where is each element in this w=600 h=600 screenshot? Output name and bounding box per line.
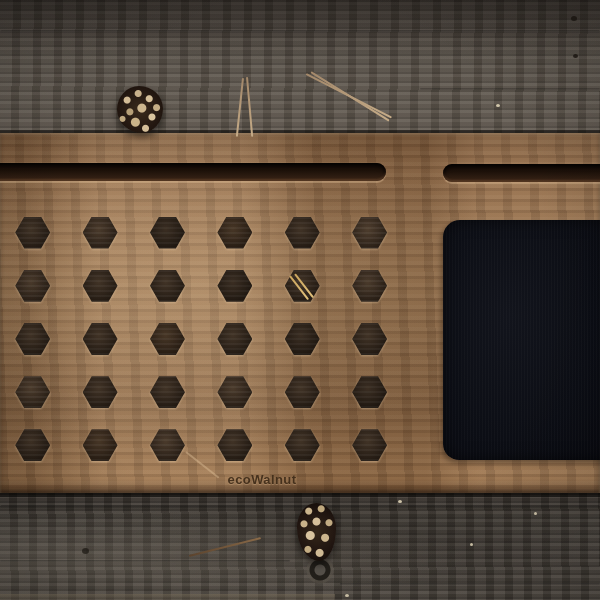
debris-speck bbox=[398, 500, 402, 503]
hex-cell bbox=[336, 419, 403, 472]
vent-hole bbox=[83, 376, 118, 408]
vent-hole bbox=[15, 323, 50, 355]
hex-cell bbox=[134, 312, 201, 365]
hex-cell bbox=[336, 206, 403, 259]
mousepad bbox=[443, 220, 600, 460]
device-slot-right bbox=[443, 164, 600, 182]
hex-cell bbox=[134, 259, 201, 312]
debris-speck bbox=[496, 104, 500, 107]
vent-hole bbox=[352, 217, 387, 249]
hex-cell bbox=[336, 312, 403, 365]
hex-cell bbox=[134, 366, 201, 419]
device-slot-left bbox=[0, 163, 386, 181]
wood-knot-speck bbox=[573, 54, 578, 58]
vent-hole bbox=[352, 429, 387, 461]
hex-cell bbox=[201, 259, 268, 312]
hex-cell bbox=[201, 312, 268, 365]
table-background-top bbox=[0, 0, 600, 133]
vent-hole bbox=[150, 217, 185, 249]
hex-cell bbox=[0, 312, 66, 365]
hex-cell bbox=[201, 366, 268, 419]
plank-highlight bbox=[0, 594, 335, 600]
vent-hole bbox=[150, 376, 185, 408]
ventilation-hex-grid bbox=[0, 206, 403, 472]
hex-cell bbox=[269, 206, 336, 259]
vent-hole bbox=[217, 270, 252, 302]
vent-hole bbox=[150, 429, 185, 461]
hex-cell bbox=[336, 366, 403, 419]
wood-knot-speck bbox=[82, 548, 89, 554]
brand-engraving: ecoWalnut bbox=[212, 472, 312, 487]
vent-hole bbox=[217, 323, 252, 355]
vent-hole bbox=[15, 376, 50, 408]
vent-hole bbox=[83, 323, 118, 355]
plank-seam bbox=[420, 88, 600, 90]
table-background-bottom bbox=[0, 493, 600, 600]
vent-hole bbox=[352, 270, 387, 302]
vent-hole bbox=[15, 270, 50, 302]
hex-cell bbox=[66, 259, 133, 312]
vent-hole bbox=[83, 429, 118, 461]
vent-hole bbox=[352, 376, 387, 408]
vent-hole bbox=[83, 217, 118, 249]
wooden-stand: ecoWalnut bbox=[0, 133, 600, 493]
hex-cell bbox=[269, 419, 336, 472]
plank-seam bbox=[0, 560, 290, 562]
plank-seam bbox=[0, 30, 600, 33]
vent-hole bbox=[150, 270, 185, 302]
hex-cell bbox=[0, 366, 66, 419]
vent-hole bbox=[285, 217, 320, 249]
hex-cell bbox=[0, 419, 66, 472]
hex-cell bbox=[66, 312, 133, 365]
photo-frame: ecoWalnut bbox=[0, 0, 600, 600]
vent-hole bbox=[15, 217, 50, 249]
hex-cell bbox=[0, 206, 66, 259]
vent-hole bbox=[217, 429, 252, 461]
hex-cell bbox=[201, 419, 268, 472]
hex-cell bbox=[66, 206, 133, 259]
vent-hole bbox=[15, 429, 50, 461]
vent-hole bbox=[285, 376, 320, 408]
hex-cell bbox=[134, 206, 201, 259]
plank-seam bbox=[340, 583, 600, 585]
vent-hole bbox=[285, 323, 320, 355]
vent-hole bbox=[217, 217, 252, 249]
debris-speck bbox=[470, 543, 473, 546]
wood-knot-speck bbox=[571, 16, 577, 21]
vent-hole bbox=[83, 270, 118, 302]
vent-hole bbox=[352, 323, 387, 355]
vent-hole bbox=[150, 323, 185, 355]
hex-cell bbox=[201, 206, 268, 259]
hex-cell bbox=[134, 419, 201, 472]
hex-cell bbox=[66, 419, 133, 472]
hex-cell bbox=[336, 259, 403, 312]
debris-speck bbox=[534, 512, 537, 515]
hex-cell bbox=[269, 259, 336, 312]
vent-hole bbox=[217, 376, 252, 408]
plank-seam bbox=[0, 505, 600, 508]
hex-cell bbox=[66, 366, 133, 419]
debris-speck bbox=[345, 594, 349, 597]
hex-cell bbox=[269, 366, 336, 419]
vent-hole bbox=[285, 429, 320, 461]
pine-cone-top bbox=[117, 86, 163, 133]
hex-cell bbox=[269, 312, 336, 365]
hex-cell bbox=[0, 259, 66, 312]
